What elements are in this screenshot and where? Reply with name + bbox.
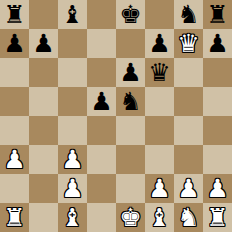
square-e8[interactable]: ♚ [116, 0, 145, 29]
square-f2[interactable]: ♟ [145, 174, 174, 203]
square-c6[interactable] [58, 58, 87, 87]
black-pawn-e6[interactable]: ♟ [119, 58, 141, 87]
black-rook-a8[interactable]: ♜ [3, 0, 25, 29]
white-bishop-f1[interactable]: ♝ [148, 203, 170, 232]
square-f3[interactable] [145, 145, 174, 174]
square-h3[interactable] [203, 145, 232, 174]
square-h2[interactable]: ♟ [203, 174, 232, 203]
square-g2[interactable]: ♟ [174, 174, 203, 203]
square-f4[interactable] [145, 116, 174, 145]
square-e5[interactable]: ♞ [116, 87, 145, 116]
square-h7[interactable]: ♟ [203, 29, 232, 58]
square-b7[interactable]: ♟ [29, 29, 58, 58]
square-e4[interactable] [116, 116, 145, 145]
black-queen-f6[interactable]: ♛ [148, 58, 170, 87]
square-a6[interactable] [0, 58, 29, 87]
square-d3[interactable] [87, 145, 116, 174]
square-a2[interactable] [0, 174, 29, 203]
black-king-e8[interactable]: ♚ [119, 0, 141, 29]
white-bishop-c1[interactable]: ♝ [61, 203, 83, 232]
square-h5[interactable] [203, 87, 232, 116]
square-a5[interactable] [0, 87, 29, 116]
square-e2[interactable] [116, 174, 145, 203]
square-a3[interactable]: ♟ [0, 145, 29, 174]
square-f8[interactable] [145, 0, 174, 29]
square-g7[interactable]: ♛ [174, 29, 203, 58]
square-d8[interactable] [87, 0, 116, 29]
square-g3[interactable] [174, 145, 203, 174]
square-h6[interactable] [203, 58, 232, 87]
square-d7[interactable] [87, 29, 116, 58]
square-c4[interactable] [58, 116, 87, 145]
square-c1[interactable]: ♝ [58, 203, 87, 232]
square-a4[interactable] [0, 116, 29, 145]
square-f6[interactable]: ♛ [145, 58, 174, 87]
square-d4[interactable] [87, 116, 116, 145]
white-pawn-h2[interactable]: ♟ [206, 174, 228, 203]
square-a1[interactable]: ♜ [0, 203, 29, 232]
white-rook-h1[interactable]: ♜ [206, 203, 228, 232]
square-g4[interactable] [174, 116, 203, 145]
black-pawn-a7[interactable]: ♟ [3, 29, 25, 58]
square-e6[interactable]: ♟ [116, 58, 145, 87]
square-h8[interactable]: ♜ [203, 0, 232, 29]
square-b3[interactable] [29, 145, 58, 174]
square-c3[interactable]: ♟ [58, 145, 87, 174]
square-b1[interactable] [29, 203, 58, 232]
square-e7[interactable] [116, 29, 145, 58]
square-e1[interactable]: ♚ [116, 203, 145, 232]
square-h1[interactable]: ♜ [203, 203, 232, 232]
square-e3[interactable] [116, 145, 145, 174]
square-c7[interactable] [58, 29, 87, 58]
white-pawn-c2[interactable]: ♟ [61, 174, 83, 203]
square-c5[interactable] [58, 87, 87, 116]
square-a7[interactable]: ♟ [0, 29, 29, 58]
square-f1[interactable]: ♝ [145, 203, 174, 232]
square-g8[interactable]: ♞ [174, 0, 203, 29]
square-g1[interactable]: ♞ [174, 203, 203, 232]
square-c2[interactable]: ♟ [58, 174, 87, 203]
black-knight-e5[interactable]: ♞ [119, 87, 141, 116]
square-b2[interactable] [29, 174, 58, 203]
square-f7[interactable]: ♟ [145, 29, 174, 58]
square-d1[interactable] [87, 203, 116, 232]
black-pawn-h7[interactable]: ♟ [206, 29, 228, 58]
black-pawn-b7[interactable]: ♟ [32, 29, 54, 58]
square-g5[interactable] [174, 87, 203, 116]
white-pawn-c3[interactable]: ♟ [61, 145, 83, 174]
black-rook-h8[interactable]: ♜ [206, 0, 228, 29]
square-f5[interactable] [145, 87, 174, 116]
white-pawn-g2[interactable]: ♟ [177, 174, 199, 203]
white-queen-g7[interactable]: ♛ [177, 29, 199, 58]
white-rook-a1[interactable]: ♜ [3, 203, 25, 232]
white-knight-g1[interactable]: ♞ [177, 203, 199, 232]
chess-board: ♜♝♚♞♜♟♟♟♛♟♟♛♟♞♟♟♟♟♟♟♜♝♚♝♞♜ [0, 0, 232, 232]
square-d2[interactable] [87, 174, 116, 203]
square-c8[interactable]: ♝ [58, 0, 87, 29]
square-b8[interactable] [29, 0, 58, 29]
white-king-e1[interactable]: ♚ [119, 203, 141, 232]
square-b4[interactable] [29, 116, 58, 145]
white-pawn-a3[interactable]: ♟ [3, 145, 25, 174]
square-d6[interactable] [87, 58, 116, 87]
square-b5[interactable] [29, 87, 58, 116]
black-bishop-c8[interactable]: ♝ [61, 0, 83, 29]
black-knight-g8[interactable]: ♞ [177, 0, 199, 29]
square-h4[interactable] [203, 116, 232, 145]
square-a8[interactable]: ♜ [0, 0, 29, 29]
square-d5[interactable]: ♟ [87, 87, 116, 116]
square-g6[interactable] [174, 58, 203, 87]
black-pawn-d5[interactable]: ♟ [90, 87, 112, 116]
white-pawn-f2[interactable]: ♟ [148, 174, 170, 203]
black-pawn-f7[interactable]: ♟ [148, 29, 170, 58]
square-b6[interactable] [29, 58, 58, 87]
